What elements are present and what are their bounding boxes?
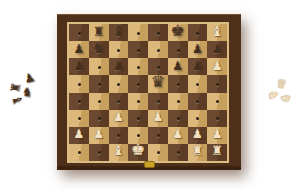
piece-h7[interactable]: ♟ (212, 42, 223, 54)
square-g4[interactable] (188, 93, 208, 110)
peg-hole (177, 151, 180, 154)
peg-hole (137, 83, 140, 86)
peg-hole (117, 134, 120, 137)
square-h2[interactable]: ♟ (207, 127, 227, 144)
peg-hole (117, 83, 120, 86)
piece-a6[interactable]: ♟ (73, 59, 84, 71)
square-f2[interactable]: ♟ (168, 127, 188, 144)
piece-f2[interactable]: ♟ (172, 128, 183, 140)
square-a6[interactable]: ♟ (69, 58, 89, 75)
square-a2[interactable]: ♟ (69, 127, 89, 144)
square-f3[interactable] (168, 110, 188, 127)
peg-hole (137, 66, 140, 69)
piece-a2[interactable]: ♟ (73, 128, 84, 140)
square-g2[interactable]: ♟ (188, 127, 208, 144)
peg-hole (216, 117, 219, 120)
square-c4[interactable] (109, 93, 129, 110)
peg-hole (196, 100, 199, 103)
square-h8[interactable]: ♝ (207, 24, 227, 41)
peg-hole (78, 100, 81, 103)
piece-g6[interactable]: ♟ (192, 59, 203, 71)
square-d6[interactable] (128, 58, 148, 75)
square-b3[interactable] (89, 110, 109, 127)
board-inlay-border: ♜♝♚♝♟♞♟♟♟♟♟♟♟♛♟♟♟♟♟♟♟♝♚♜♜ (67, 22, 229, 163)
piece-b8[interactable]: ♜ (93, 25, 105, 38)
square-c1[interactable]: ♝ (109, 144, 129, 161)
peg-hole (98, 117, 101, 120)
piece-h2[interactable]: ♟ (212, 128, 223, 140)
piece-c6[interactable]: ♟ (113, 59, 124, 71)
square-g7[interactable]: ♟ (188, 41, 208, 58)
square-c8[interactable]: ♝ (109, 24, 129, 41)
square-g8[interactable] (188, 24, 208, 41)
square-f1[interactable] (168, 144, 188, 161)
square-e2[interactable] (148, 127, 168, 144)
square-b4[interactable] (89, 93, 109, 110)
square-a4[interactable] (69, 93, 89, 110)
square-c3[interactable]: ♟ (109, 110, 129, 127)
square-e4[interactable] (148, 93, 168, 110)
peg-hole (78, 151, 81, 154)
piece-g7[interactable]: ♟ (192, 42, 203, 54)
peg-hole (157, 49, 160, 52)
square-c5[interactable] (109, 75, 129, 92)
square-f8[interactable]: ♚ (168, 24, 188, 41)
captured-dark-piece-2[interactable]: ♝ (10, 93, 25, 107)
square-e8[interactable] (148, 24, 168, 41)
square-h7[interactable]: ♟ (207, 41, 227, 58)
square-c6[interactable]: ♟ (109, 58, 129, 75)
peg-hole (216, 100, 219, 103)
square-h4[interactable] (207, 93, 227, 110)
captured-dark-piece-3[interactable]: ♟ (23, 71, 37, 85)
square-g1[interactable]: ♜ (188, 144, 208, 161)
peg-hole (98, 151, 101, 154)
square-h6[interactable]: ♟ (207, 58, 227, 75)
peg-hole (177, 83, 180, 86)
square-c2[interactable] (109, 127, 129, 144)
piece-c8[interactable]: ♝ (112, 24, 125, 38)
peg-hole (177, 49, 180, 52)
piece-f6[interactable]: ♟ (172, 59, 183, 71)
peg-hole (177, 117, 180, 120)
square-a3[interactable] (69, 110, 89, 127)
board-clasp-icon (144, 161, 155, 168)
square-e1[interactable] (148, 144, 168, 161)
captured-dark-tray: ♜♞♝♟ (8, 70, 42, 110)
square-b8[interactable]: ♜ (89, 24, 109, 41)
square-e7[interactable] (148, 41, 168, 58)
square-g5[interactable] (188, 75, 208, 92)
square-e5[interactable]: ♛ (148, 75, 168, 92)
peg-hole (196, 32, 199, 35)
peg-hole (177, 100, 180, 103)
square-d1[interactable]: ♚ (128, 144, 148, 161)
square-f7[interactable] (168, 41, 188, 58)
peg-hole (157, 100, 160, 103)
piece-e5[interactable]: ♛ (151, 74, 165, 90)
peg-hole (216, 83, 219, 86)
square-h1[interactable]: ♜ (207, 144, 227, 161)
square-d8[interactable] (128, 24, 148, 41)
peg-hole (98, 66, 101, 69)
piece-h8[interactable]: ♝ (211, 24, 224, 38)
peg-hole (117, 49, 120, 52)
captured-white-piece-2[interactable]: ♞ (278, 91, 293, 105)
peg-hole (78, 117, 81, 120)
piece-a7[interactable]: ♟ (73, 42, 84, 54)
peg-hole (196, 117, 199, 120)
square-g3[interactable] (188, 110, 208, 127)
square-d5[interactable] (128, 75, 148, 92)
peg-hole (137, 117, 140, 120)
peg-hole (78, 83, 81, 86)
square-e3[interactable]: ♟ (148, 110, 168, 127)
square-b5[interactable] (89, 75, 109, 92)
square-f4[interactable] (168, 93, 188, 110)
square-f6[interactable]: ♟ (168, 58, 188, 75)
piece-h1[interactable]: ♜ (211, 144, 223, 157)
square-a7[interactable]: ♟ (69, 41, 89, 58)
peg-hole (157, 32, 160, 35)
peg-hole (117, 100, 120, 103)
piece-c3[interactable]: ♟ (113, 111, 124, 123)
piece-b2[interactable]: ♟ (93, 128, 104, 140)
captured-white-tray: ♛♞♞ (266, 74, 298, 110)
square-h3[interactable] (207, 110, 227, 127)
square-a8[interactable] (69, 24, 89, 41)
peg-hole (137, 100, 140, 103)
piece-f8[interactable]: ♚ (170, 23, 184, 39)
photo-stage: ♜♞♝♟ ♛♞♞ ♜♝♚♝♟♞♟♟♟♟♟♟♟♛♟♟♟♟♟♟♟♝♚♜♜ (0, 0, 300, 190)
piece-b7[interactable]: ♞ (92, 41, 105, 55)
peg-hole (98, 83, 101, 86)
piece-g1[interactable]: ♜ (192, 144, 204, 157)
peg-hole (137, 134, 140, 137)
square-d3[interactable] (128, 110, 148, 127)
peg-hole (137, 49, 140, 52)
piece-h6[interactable]: ♟ (212, 59, 223, 71)
peg-hole (157, 134, 160, 137)
peg-hole (196, 83, 199, 86)
piece-c1[interactable]: ♝ (112, 144, 125, 158)
square-d4[interactable] (128, 93, 148, 110)
square-a5[interactable] (69, 75, 89, 92)
square-a1[interactable] (69, 144, 89, 161)
peg-hole (98, 100, 101, 103)
peg-hole (157, 151, 160, 154)
chess-board: ♜♝♚♝♟♞♟♟♟♟♟♟♟♛♟♟♟♟♟♟♟♝♚♜♜ (57, 14, 241, 170)
square-b7[interactable]: ♞ (89, 41, 109, 58)
square-b6[interactable] (89, 58, 109, 75)
piece-g2[interactable]: ♟ (192, 128, 203, 140)
piece-d1[interactable]: ♚ (131, 143, 145, 159)
square-g6[interactable]: ♟ (188, 58, 208, 75)
square-b1[interactable] (89, 144, 109, 161)
square-h5[interactable] (207, 75, 227, 92)
peg-hole (78, 32, 81, 35)
square-b2[interactable]: ♟ (89, 127, 109, 144)
board-grid: ♜♝♚♝♟♞♟♟♟♟♟♟♟♛♟♟♟♟♟♟♟♝♚♜♜ (69, 24, 227, 161)
peg-hole (157, 66, 160, 69)
square-f5[interactable] (168, 75, 188, 92)
square-c7[interactable] (109, 41, 129, 58)
piece-e3[interactable]: ♟ (152, 111, 163, 123)
peg-hole (137, 32, 140, 35)
square-d7[interactable] (128, 41, 148, 58)
